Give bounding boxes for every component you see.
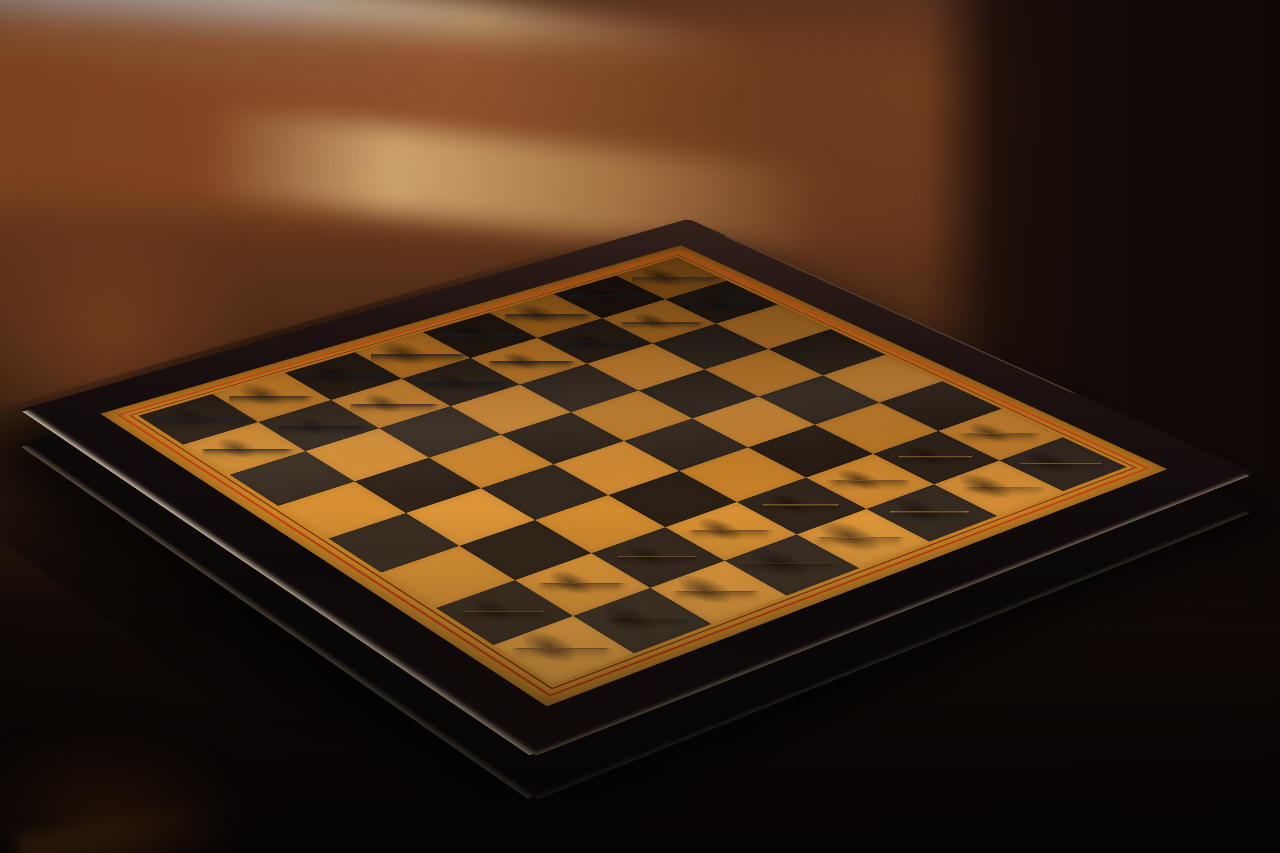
chessboard: ♜♞♝♛♚♝♞♜♟♟♟♟♟♟♟♟♟♟♟♟♟♟♟♟♜♞♝♛♚♝♞♜ xyxy=(19,219,1255,758)
chessboard-perspective-wrap: ♜♞♝♛♚♝♞♜♟♟♟♟♟♟♟♟♟♟♟♟♟♟♟♟♜♞♝♛♚♝♞♜ xyxy=(0,0,1280,853)
black-pawn-glyph: ♟ xyxy=(181,325,313,472)
photo-scene: ♜♞♝♛♚♝♞♜♟♟♟♟♟♟♟♟♟♟♟♟♟♟♟♟♜♞♝♛♚♝♞♜ xyxy=(0,0,1280,853)
